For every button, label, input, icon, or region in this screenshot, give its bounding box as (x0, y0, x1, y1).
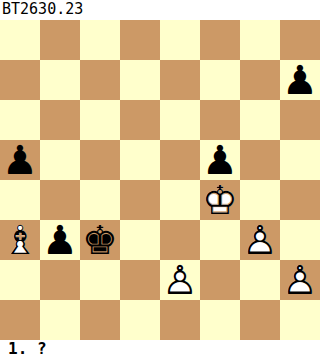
square-d3[interactable] (120, 220, 160, 260)
square-h7[interactable]: ♟ (280, 60, 320, 100)
square-e5[interactable] (160, 140, 200, 180)
square-b2[interactable] (40, 260, 80, 300)
square-f6[interactable] (200, 100, 240, 140)
square-a1[interactable] (0, 300, 40, 340)
square-c2[interactable] (80, 260, 120, 300)
square-e4[interactable] (160, 180, 200, 220)
square-h5[interactable] (280, 140, 320, 180)
square-f3[interactable] (200, 220, 240, 260)
square-a5[interactable]: ♟ (0, 140, 40, 180)
square-c7[interactable] (80, 60, 120, 100)
square-b8[interactable] (40, 20, 80, 60)
square-e1[interactable] (160, 300, 200, 340)
square-h1[interactable] (280, 300, 320, 340)
square-a2[interactable] (0, 260, 40, 300)
piece-outline: ♔ (202, 180, 238, 220)
square-e6[interactable] (160, 100, 200, 140)
piece-outline: ♙ (162, 260, 198, 300)
piece-outline: ♙ (242, 220, 278, 260)
white-pawn-piece[interactable]: ♟♙ (162, 260, 198, 300)
square-d4[interactable] (120, 180, 160, 220)
square-g8[interactable] (240, 20, 280, 60)
square-g3[interactable]: ♟♙ (240, 220, 280, 260)
square-c5[interactable] (80, 140, 120, 180)
white-king-piece[interactable]: ♚♔ (202, 180, 238, 220)
piece-outline: ♙ (282, 260, 318, 300)
square-c8[interactable] (80, 20, 120, 60)
square-a6[interactable] (0, 100, 40, 140)
black-pawn-piece[interactable]: ♟ (202, 140, 238, 180)
white-pawn-piece[interactable]: ♟♙ (242, 220, 278, 260)
square-e3[interactable] (160, 220, 200, 260)
move-prompt: 1. ? (0, 340, 320, 360)
square-f1[interactable] (200, 300, 240, 340)
black-pawn-piece[interactable]: ♟ (282, 60, 318, 100)
square-a8[interactable] (0, 20, 40, 60)
square-b6[interactable] (40, 100, 80, 140)
square-e7[interactable] (160, 60, 200, 100)
square-f8[interactable] (200, 20, 240, 60)
square-h2[interactable]: ♟♙ (280, 260, 320, 300)
square-g5[interactable] (240, 140, 280, 180)
black-king-piece[interactable]: ♚ (82, 220, 118, 260)
square-b4[interactable] (40, 180, 80, 220)
square-b3[interactable]: ♟ (40, 220, 80, 260)
square-g4[interactable] (240, 180, 280, 220)
square-b5[interactable] (40, 140, 80, 180)
square-g2[interactable] (240, 260, 280, 300)
square-b1[interactable] (40, 300, 80, 340)
square-c6[interactable] (80, 100, 120, 140)
square-d7[interactable] (120, 60, 160, 100)
square-g7[interactable] (240, 60, 280, 100)
square-c4[interactable] (80, 180, 120, 220)
square-e8[interactable] (160, 20, 200, 60)
square-b7[interactable] (40, 60, 80, 100)
black-pawn-piece[interactable]: ♟ (42, 220, 78, 260)
square-h3[interactable] (280, 220, 320, 260)
square-a4[interactable] (0, 180, 40, 220)
piece-outline: ♗ (2, 220, 38, 260)
square-a3[interactable]: ♝♗ (0, 220, 40, 260)
square-g6[interactable] (240, 100, 280, 140)
diagram-title: BT2630.23 (0, 0, 320, 20)
square-f7[interactable] (200, 60, 240, 100)
square-c3[interactable]: ♚ (80, 220, 120, 260)
square-d8[interactable] (120, 20, 160, 60)
square-f4[interactable]: ♚♔ (200, 180, 240, 220)
square-e2[interactable]: ♟♙ (160, 260, 200, 300)
square-d6[interactable] (120, 100, 160, 140)
square-d2[interactable] (120, 260, 160, 300)
white-bishop-piece[interactable]: ♝♗ (2, 220, 38, 260)
square-f5[interactable]: ♟ (200, 140, 240, 180)
square-f2[interactable] (200, 260, 240, 300)
white-pawn-piece[interactable]: ♟♙ (282, 260, 318, 300)
square-h4[interactable] (280, 180, 320, 220)
square-h8[interactable] (280, 20, 320, 60)
square-g1[interactable] (240, 300, 280, 340)
square-a7[interactable] (0, 60, 40, 100)
square-h6[interactable] (280, 100, 320, 140)
square-d1[interactable] (120, 300, 160, 340)
square-d5[interactable] (120, 140, 160, 180)
square-c1[interactable] (80, 300, 120, 340)
black-pawn-piece[interactable]: ♟ (2, 140, 38, 180)
chess-board: ♟♟♟♚♔♝♗♟♚♟♙♟♙♟♙ (0, 20, 320, 340)
